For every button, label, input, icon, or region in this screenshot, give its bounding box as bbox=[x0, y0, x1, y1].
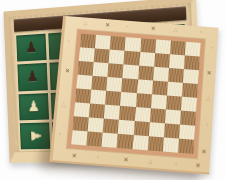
board-square bbox=[117, 134, 133, 149]
board-square bbox=[119, 106, 135, 121]
board-square bbox=[183, 69, 199, 84]
board-square bbox=[135, 93, 151, 108]
board-square bbox=[153, 67, 169, 82]
board-square bbox=[163, 137, 179, 152]
chess-piece: ♟ bbox=[29, 129, 43, 142]
board-square bbox=[178, 139, 194, 154]
frame-decoration-mark: ∴ bbox=[206, 96, 210, 102]
board-square bbox=[88, 117, 104, 132]
board-square bbox=[76, 75, 92, 90]
board-square bbox=[134, 107, 150, 122]
board-square bbox=[86, 131, 102, 146]
board-square bbox=[140, 38, 156, 53]
frame-decoration-mark: · bbox=[206, 122, 208, 128]
frame-decoration-mark: ✕ bbox=[201, 148, 206, 154]
board-square bbox=[105, 91, 121, 106]
frame-decoration-mark: · bbox=[126, 24, 128, 30]
board-square bbox=[78, 61, 94, 76]
board-square bbox=[73, 116, 89, 131]
board-square bbox=[170, 41, 186, 56]
chess-piece: ♟ bbox=[27, 99, 40, 114]
board-square bbox=[154, 53, 170, 68]
frame-decoration-mark: ✕ bbox=[195, 162, 200, 169]
frame-decoration-mark: · bbox=[97, 154, 99, 160]
board-square bbox=[180, 111, 196, 126]
board-square bbox=[122, 78, 138, 93]
board-square bbox=[123, 64, 139, 79]
compartment-cell: ♟ bbox=[16, 34, 47, 62]
frame-decoration-mark: ∴ bbox=[174, 27, 178, 33]
chess-set-photo: ♟♟♞♟♟♟♝♟♞♟♟♟♟♟♟♟♝♟♟♟ ∴✕·✕∴··✕∴·✕✕·✕∴·✕·✕… bbox=[0, 0, 226, 180]
chess-piece: ♟ bbox=[25, 40, 38, 55]
board-square bbox=[166, 95, 182, 110]
board-square bbox=[179, 125, 195, 140]
frame-decoration-mark: ∴ bbox=[61, 102, 65, 108]
board-square bbox=[168, 68, 184, 83]
board-square bbox=[71, 130, 87, 145]
board-square bbox=[110, 36, 126, 51]
board-square bbox=[139, 52, 155, 67]
frame-decoration-mark: ✕ bbox=[151, 25, 156, 31]
board-square bbox=[109, 50, 125, 65]
board-square bbox=[169, 54, 185, 69]
board-square bbox=[150, 108, 166, 123]
chess-piece: ♟ bbox=[26, 70, 39, 85]
board-square bbox=[147, 136, 163, 151]
board-square bbox=[148, 122, 164, 137]
compartment-cell: ♟ bbox=[17, 63, 48, 91]
board-square bbox=[137, 79, 153, 94]
frame-decoration-mark: ✕ bbox=[65, 67, 71, 73]
board-square bbox=[132, 135, 148, 150]
board-square bbox=[93, 62, 109, 77]
board-square bbox=[151, 94, 167, 109]
board-square bbox=[106, 77, 122, 92]
board-square bbox=[104, 105, 120, 120]
board-square bbox=[102, 133, 118, 148]
board-square bbox=[74, 102, 90, 117]
frame-decoration-mark: ✕ bbox=[72, 153, 78, 159]
frame-decoration-mark: · bbox=[175, 161, 177, 167]
frame-decoration-mark: · bbox=[211, 44, 213, 50]
frame-decoration-mark: ✕ bbox=[206, 70, 211, 76]
board-square bbox=[118, 120, 134, 135]
board-square bbox=[124, 51, 140, 66]
board-square bbox=[89, 103, 105, 118]
frame-decoration-mark: ∴ bbox=[148, 159, 152, 165]
chess-board bbox=[67, 30, 205, 159]
board-square bbox=[185, 42, 201, 57]
board-square bbox=[164, 123, 180, 138]
frame-decoration-mark: ✕ bbox=[105, 22, 110, 28]
compartment-cell: ♟ bbox=[19, 93, 50, 120]
board-square bbox=[125, 37, 141, 52]
board-square bbox=[152, 80, 168, 95]
frame-decoration-mark: · bbox=[200, 29, 202, 35]
board-square bbox=[90, 90, 106, 105]
board-square bbox=[138, 66, 154, 81]
board-square bbox=[95, 35, 111, 50]
board-square bbox=[103, 119, 119, 134]
board-square bbox=[120, 92, 136, 107]
board-lid: ∴✕·✕∴··✕∴·✕✕·✕∴·✕·✕∴· bbox=[49, 16, 218, 175]
board-square bbox=[91, 76, 107, 91]
compartment-cell: ♟ bbox=[20, 122, 51, 149]
frame-decoration-mark: · bbox=[67, 39, 69, 45]
board-square bbox=[184, 55, 200, 70]
board-square bbox=[182, 83, 198, 98]
board-square bbox=[79, 47, 95, 62]
frame-decoration-mark: · bbox=[59, 131, 61, 137]
board-square bbox=[181, 97, 197, 112]
board-square bbox=[108, 63, 124, 78]
board-square bbox=[167, 82, 183, 97]
board-square bbox=[133, 121, 149, 136]
board-square bbox=[155, 39, 171, 54]
board-square bbox=[165, 109, 181, 124]
board-square bbox=[94, 48, 110, 63]
board-square bbox=[80, 34, 96, 49]
frame-decoration-mark: ∴ bbox=[84, 20, 88, 26]
frame-decoration-mark: ✕ bbox=[123, 157, 129, 163]
board-square bbox=[75, 88, 91, 103]
